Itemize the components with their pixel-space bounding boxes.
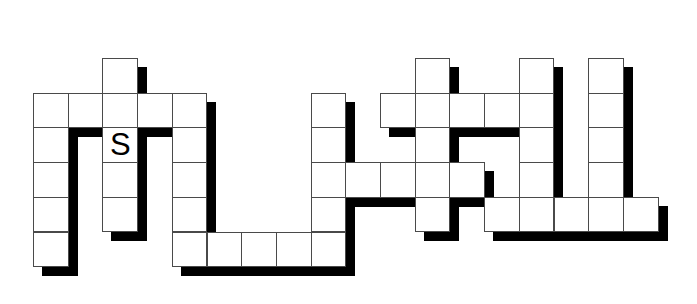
maze-cell	[276, 232, 312, 268]
maze-cell	[484, 197, 520, 233]
maze-cell	[519, 93, 555, 129]
maze-cell	[172, 127, 208, 163]
maze-cell	[102, 197, 138, 233]
maze-cell	[519, 58, 555, 94]
maze-cell	[415, 58, 451, 94]
start-letter-label: S	[110, 129, 131, 160]
maze-cell	[415, 93, 451, 129]
maze-cell	[33, 93, 69, 129]
maze-cell	[241, 232, 277, 268]
maze-cell	[623, 197, 659, 233]
maze-cell	[33, 127, 69, 163]
maze-cell	[380, 162, 416, 198]
maze-cell	[588, 162, 624, 198]
maze-cell	[311, 162, 347, 198]
maze-cell	[345, 162, 381, 198]
maze-cell	[172, 197, 208, 233]
maze-cell	[554, 197, 590, 233]
maze-cell	[137, 93, 173, 129]
maze-cell	[311, 127, 347, 163]
maze-cell	[588, 127, 624, 163]
maze-cell	[588, 197, 624, 233]
maze-cell	[172, 162, 208, 198]
maze-cell	[519, 197, 555, 233]
maze-cell	[33, 197, 69, 233]
maze-cell	[311, 93, 347, 129]
maze-cell	[519, 127, 555, 163]
maze-cell	[311, 232, 347, 268]
maze-cell	[102, 93, 138, 129]
maze-cell	[33, 162, 69, 198]
maze-cell	[588, 93, 624, 129]
maze-cell	[449, 162, 485, 198]
maze-cell	[415, 162, 451, 198]
maze-cell	[172, 232, 208, 268]
maze-cell	[588, 58, 624, 94]
maze-cell	[68, 93, 104, 129]
maze-cell	[311, 197, 347, 233]
worksheet-page: S	[0, 0, 697, 304]
maze-cell	[172, 93, 208, 129]
maze-cell	[415, 197, 451, 233]
maze-cell	[102, 58, 138, 94]
maze-cell	[33, 232, 69, 268]
maze-cell	[519, 162, 555, 198]
maze-cell	[484, 93, 520, 129]
maze-cell	[207, 232, 243, 268]
maze-cell	[102, 162, 138, 198]
maze-cell	[380, 93, 416, 129]
maze-start-cell: S	[102, 127, 138, 163]
maze-cell	[415, 127, 451, 163]
maze-cell	[449, 93, 485, 129]
maze-board: S	[0, 0, 697, 304]
